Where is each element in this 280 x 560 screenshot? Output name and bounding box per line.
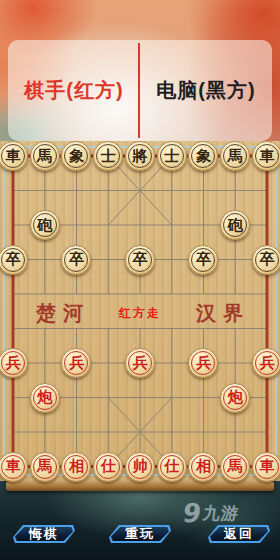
board-point[interactable] [29, 242, 61, 277]
board-point[interactable] [29, 311, 61, 346]
piece-glyph: 象 [196, 149, 211, 164]
board-point[interactable] [188, 208, 220, 243]
board-point[interactable] [188, 277, 220, 312]
piece-red[interactable]: 兵 [61, 348, 91, 378]
piece-glyph: 卒 [5, 252, 20, 267]
board-point[interactable] [92, 311, 124, 346]
board-point[interactable] [124, 311, 156, 346]
piece-red[interactable]: 炮 [220, 383, 250, 413]
piece-grid: 車馬象士將士象馬車砲砲卒卒卒卒卒兵兵兵兵兵炮炮車馬相仕帅仕相馬車 [0, 139, 280, 484]
board-point[interactable] [251, 415, 280, 450]
piece-glyph: 卒 [259, 252, 274, 267]
board-point[interactable]: 相 [188, 449, 220, 484]
watermark-text: 九游 [201, 502, 240, 525]
board-point[interactable] [92, 415, 124, 450]
board-point[interactable] [156, 277, 188, 312]
board-point[interactable] [61, 208, 93, 243]
board-point[interactable] [92, 277, 124, 312]
piece-black[interactable]: 卒 [61, 245, 91, 275]
board-point[interactable]: 馬 [29, 449, 61, 484]
piece-glyph: 車 [259, 149, 274, 164]
piece-black[interactable]: 車 [0, 141, 28, 171]
piece-glyph: 兵 [69, 356, 84, 371]
piece-glyph: 卒 [196, 252, 211, 267]
piece-red[interactable]: 兵 [188, 348, 218, 378]
piece-black[interactable]: 士 [93, 141, 123, 171]
board-point[interactable] [124, 173, 156, 208]
piece-glyph: 炮 [37, 390, 52, 405]
watermark: 9 九游 [181, 498, 241, 528]
piece-glyph: 帅 [132, 459, 147, 474]
piece-glyph: 兵 [196, 356, 211, 371]
board-point[interactable] [29, 415, 61, 450]
piece-black[interactable]: 卒 [188, 245, 218, 275]
board-point[interactable]: 兵 [188, 346, 220, 381]
board-point[interactable]: 炮 [219, 380, 251, 415]
piece-glyph: 相 [196, 459, 211, 474]
piece-glyph: 士 [101, 149, 116, 164]
board-point[interactable] [124, 208, 156, 243]
board-point[interactable] [29, 173, 61, 208]
board-point[interactable] [29, 277, 61, 312]
board-point[interactable] [0, 415, 29, 450]
piece-glyph: 炮 [228, 390, 243, 405]
piece-black[interactable]: 士 [157, 141, 187, 171]
board-point[interactable] [92, 208, 124, 243]
board-point[interactable] [156, 415, 188, 450]
piece-black[interactable]: 砲 [30, 210, 60, 240]
piece-black[interactable]: 卒 [0, 245, 28, 275]
board-point[interactable]: 仕 [156, 449, 188, 484]
board-point[interactable]: 士 [156, 139, 188, 174]
board-point[interactable]: 士 [92, 139, 124, 174]
board-point[interactable] [156, 380, 188, 415]
piece-red[interactable]: 仕 [93, 452, 123, 482]
piece-black[interactable]: 卒 [125, 245, 155, 275]
board-point[interactable]: 車 [251, 449, 280, 484]
board-point[interactable] [61, 277, 93, 312]
board-point[interactable] [156, 311, 188, 346]
red-player-label: 棋手(红方) [8, 77, 140, 104]
piece-glyph: 卒 [132, 252, 147, 267]
piece-black[interactable]: 象 [188, 141, 218, 171]
piece-red[interactable]: 車 [0, 452, 28, 482]
board-point[interactable] [219, 173, 251, 208]
board-point[interactable]: 兵 [61, 346, 93, 381]
board-point[interactable]: 相 [61, 449, 93, 484]
board-point[interactable] [251, 208, 280, 243]
piece-glyph: 馬 [37, 149, 52, 164]
board-point[interactable]: 卒 [251, 242, 280, 277]
piece-red[interactable]: 帅 [125, 452, 155, 482]
piece-glyph: 仕 [101, 459, 116, 474]
board-point[interactable]: 象 [188, 139, 220, 174]
piece-glyph: 仕 [164, 459, 179, 474]
board-point[interactable]: 卒 [61, 242, 93, 277]
board-point[interactable]: 卒 [0, 242, 29, 277]
board-point[interactable] [0, 173, 29, 208]
piece-glyph: 象 [69, 149, 84, 164]
board-point[interactable] [219, 311, 251, 346]
piece-glyph: 馬 [228, 459, 243, 474]
board-point[interactable]: 馬 [29, 139, 61, 174]
board-point[interactable] [251, 173, 280, 208]
board-point[interactable] [0, 277, 29, 312]
board-point[interactable] [124, 277, 156, 312]
piece-glyph: 兵 [132, 356, 147, 371]
piece-red[interactable]: 兵 [0, 348, 28, 378]
back-button[interactable]: 返回 [208, 525, 270, 543]
board-point[interactable] [124, 380, 156, 415]
board-point[interactable] [251, 380, 280, 415]
piece-glyph: 相 [69, 459, 84, 474]
piece-glyph: 兵 [5, 356, 20, 371]
board-point[interactable]: 帅 [124, 449, 156, 484]
piece-glyph: 兵 [259, 356, 274, 371]
board-point[interactable]: 馬 [219, 449, 251, 484]
board-point[interactable]: 卒 [124, 242, 156, 277]
board-point[interactable]: 仕 [92, 449, 124, 484]
piece-red[interactable]: 炮 [30, 383, 60, 413]
piece-black[interactable]: 砲 [220, 210, 250, 240]
piece-red[interactable]: 相 [188, 452, 218, 482]
board-point[interactable] [251, 311, 280, 346]
replay-button-label: 重玩 [111, 527, 169, 541]
piece-glyph: 砲 [37, 218, 52, 233]
board-point[interactable]: 兵 [251, 346, 280, 381]
board-point[interactable] [92, 346, 124, 381]
players-panel: 棋手(红方) 电脑(黑方) [8, 40, 272, 141]
board-point[interactable] [156, 346, 188, 381]
piece-red[interactable]: 兵 [125, 348, 155, 378]
piece-black[interactable]: 將 [125, 141, 155, 171]
board-point[interactable]: 車 [251, 139, 280, 174]
undo-button-label: 悔棋 [15, 527, 73, 541]
piece-black[interactable]: 車 [252, 141, 280, 171]
panel-divider [138, 43, 140, 138]
board-point[interactable] [61, 415, 93, 450]
piece-red[interactable]: 車 [252, 452, 280, 482]
piece-black[interactable]: 卒 [252, 245, 280, 275]
board-point[interactable] [156, 242, 188, 277]
piece-glyph: 將 [132, 149, 147, 164]
piece-glyph: 馬 [228, 149, 243, 164]
black-player-label: 电脑(黑方) [140, 77, 272, 104]
piece-glyph: 車 [5, 149, 20, 164]
piece-black[interactable]: 馬 [220, 141, 250, 171]
piece-black[interactable]: 馬 [30, 141, 60, 171]
board-point[interactable] [0, 311, 29, 346]
board-point[interactable]: 卒 [188, 242, 220, 277]
board-point[interactable]: 炮 [29, 380, 61, 415]
piece-red[interactable]: 兵 [252, 348, 280, 378]
piece-glyph: 馬 [37, 459, 52, 474]
piece-red[interactable]: 馬 [30, 452, 60, 482]
board-point[interactable]: 車 [0, 139, 29, 174]
board-point[interactable] [61, 311, 93, 346]
piece-red[interactable]: 仕 [157, 452, 187, 482]
board-point[interactable]: 車 [0, 449, 29, 484]
board-point[interactable] [92, 380, 124, 415]
replay-button[interactable]: 重玩 [109, 525, 171, 543]
board-point[interactable] [219, 415, 251, 450]
board-point[interactable]: 兵 [124, 346, 156, 381]
piece-glyph: 士 [164, 149, 179, 164]
board-point[interactable]: 砲 [219, 208, 251, 243]
board-point[interactable] [61, 380, 93, 415]
piece-black[interactable]: 象 [61, 141, 91, 171]
board-point[interactable]: 將 [124, 139, 156, 174]
back-button-label: 返回 [210, 527, 268, 541]
piece-glyph: 卒 [69, 252, 84, 267]
board-point[interactable] [188, 415, 220, 450]
undo-button[interactable]: 悔棋 [13, 525, 75, 543]
board-point[interactable]: 象 [61, 139, 93, 174]
board-point[interactable] [92, 173, 124, 208]
xiangqi-app: 棋手(红方) 电脑(黑方) [0, 0, 280, 560]
piece-glyph: 車 [5, 459, 20, 474]
board-point[interactable] [0, 208, 29, 243]
piece-glyph: 車 [259, 459, 274, 474]
board-point[interactable] [124, 415, 156, 450]
board-point[interactable] [219, 242, 251, 277]
board-point[interactable] [188, 173, 220, 208]
board-point[interactable] [188, 380, 220, 415]
piece-red[interactable]: 相 [61, 452, 91, 482]
watermark-logo-icon: 9 [181, 498, 203, 528]
board-point[interactable]: 兵 [0, 346, 29, 381]
piece-red[interactable]: 馬 [220, 452, 250, 482]
board-point[interactable] [29, 346, 61, 381]
board-point[interactable] [156, 173, 188, 208]
board-point[interactable] [92, 242, 124, 277]
piece-glyph: 砲 [228, 218, 243, 233]
board-point[interactable] [251, 277, 280, 312]
board-point[interactable] [61, 173, 93, 208]
board-point[interactable] [219, 277, 251, 312]
board-point[interactable] [188, 311, 220, 346]
board-point[interactable] [156, 208, 188, 243]
board-point[interactable] [219, 346, 251, 381]
board-point[interactable]: 馬 [219, 139, 251, 174]
board-point[interactable]: 砲 [29, 208, 61, 243]
board-point[interactable] [0, 380, 29, 415]
